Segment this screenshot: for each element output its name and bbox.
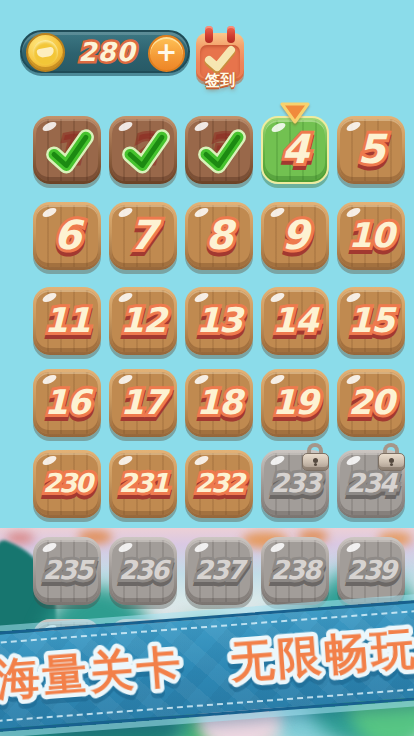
level-number: 12 <box>112 290 174 352</box>
level-number: 237 <box>188 540 250 602</box>
level-button-234[interactable]: 234 234 234 234 <box>337 450 405 518</box>
level-button-236[interactable]: 236 236 236 236 <box>109 537 177 605</box>
checkmark-icon <box>43 125 97 179</box>
level-number: 15 <box>340 290 402 352</box>
lock-icon <box>376 443 406 471</box>
level-number: 13 <box>188 290 250 352</box>
level-button-19[interactable]: 19 19 19 19 <box>261 369 329 437</box>
level-number: 238 <box>264 540 326 602</box>
level-button-10[interactable]: 10 10 10 10 <box>337 202 405 270</box>
level-button-14[interactable]: 14 14 14 14 <box>261 287 329 355</box>
level-button-237[interactable]: 237 237 237 237 <box>185 537 253 605</box>
level-button-18[interactable]: 18 18 18 18 <box>185 369 253 437</box>
level-number: 5 <box>340 119 402 181</box>
daily-checkin-button[interactable]: 签到 <box>196 31 244 91</box>
coin-counter[interactable]: 280 280 + <box>20 30 190 73</box>
level-button-3[interactable]: 3 3 3 3 <box>185 116 253 184</box>
level-number: 236 <box>112 540 174 602</box>
level-number: 7 <box>112 205 174 267</box>
level-number: 230 <box>36 453 98 515</box>
level-number: 20 <box>340 372 402 434</box>
top-bar: 280 280 + 签到 <box>0 0 414 100</box>
level-button-2[interactable]: 2 2 2 2 <box>109 116 177 184</box>
level-number: 17 <box>112 372 174 434</box>
level-number: 16 <box>36 372 98 434</box>
level-number: 235 <box>36 540 98 602</box>
level-button-238[interactable]: 238 238 238 238 <box>261 537 329 605</box>
level-number: 232 <box>188 453 250 515</box>
level-button-12[interactable]: 12 12 12 12 <box>109 287 177 355</box>
level-button-235[interactable]: 235 235 235 235 <box>33 537 101 605</box>
level-button-7[interactable]: 7 7 7 7 <box>109 202 177 270</box>
level-number: 11 <box>36 290 98 352</box>
checkmark-icon <box>119 125 173 179</box>
level-number: 239 <box>340 540 402 602</box>
level-number: 9 <box>264 205 326 267</box>
level-button-20[interactable]: 20 20 20 20 <box>337 369 405 437</box>
level-number: 19 <box>264 372 326 434</box>
level-button-16[interactable]: 16 16 16 16 <box>33 369 101 437</box>
level-button-13[interactable]: 13 13 13 13 <box>185 287 253 355</box>
level-button-239[interactable]: 239 239 239 239 <box>337 537 405 605</box>
level-number: 4 <box>265 120 325 180</box>
checkin-label: 签到 <box>189 71 251 90</box>
level-number: 14 <box>264 290 326 352</box>
level-button-8[interactable]: 8 8 8 8 <box>185 202 253 270</box>
level-number: 10 <box>340 205 402 267</box>
level-button-17[interactable]: 17 17 17 17 <box>109 369 177 437</box>
lock-icon <box>300 443 330 471</box>
current-level-arrow-icon <box>277 100 313 126</box>
level-button-232[interactable]: 232 232 232 232 <box>185 450 253 518</box>
level-button-233[interactable]: 233 233 233 233 <box>261 450 329 518</box>
level-button-230[interactable]: 230 230 230 230 <box>33 450 101 518</box>
level-number: 6 <box>36 205 98 267</box>
level-button-9[interactable]: 9 9 9 9 <box>261 202 329 270</box>
add-coins-button[interactable]: + <box>148 35 185 72</box>
level-number: 8 <box>188 205 250 267</box>
level-button-4[interactable]: 4 4 4 4 <box>261 116 329 184</box>
level-button-231[interactable]: 231 231 231 231 <box>109 450 177 518</box>
checkmark-icon <box>195 125 249 179</box>
level-number: 231 <box>112 453 174 515</box>
level-button-5[interactable]: 5 5 5 5 <box>337 116 405 184</box>
level-button-1[interactable]: 1 1 1 1 <box>33 116 101 184</box>
game-screen: 1 1 1 1 2 2 2 2 <box>0 0 414 736</box>
level-button-6[interactable]: 6 6 6 6 <box>33 202 101 270</box>
calendar-check-icon <box>203 44 237 74</box>
banner-text: 海量关卡 无限畅玩 <box>0 622 414 705</box>
level-number: 18 <box>188 372 250 434</box>
level-button-15[interactable]: 15 15 15 15 <box>337 287 405 355</box>
level-button-11[interactable]: 11 11 11 11 <box>33 287 101 355</box>
